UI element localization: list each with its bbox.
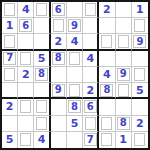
cell-r5c9[interactable] [132, 67, 148, 83]
given-digit: 4 [71, 36, 79, 47]
cell-r3c1[interactable] [2, 34, 18, 50]
given-digit: 4 [38, 134, 46, 145]
cell-r6c7[interactable]: 8 [99, 83, 115, 99]
cell-r2c3 [34, 18, 50, 34]
cell-r5c4 [51, 67, 67, 83]
cell-r8c3[interactable] [34, 116, 50, 132]
cell-r1c3[interactable] [34, 2, 50, 18]
cell-r4c1[interactable]: 7 [2, 51, 18, 67]
cell-r3c6 [83, 34, 99, 50]
entered-digit-box[interactable]: 8 [68, 100, 81, 113]
given-digit: 4 [103, 69, 111, 80]
cell-r7c2[interactable] [18, 99, 34, 115]
entered-digit-box[interactable]: 9 [52, 84, 65, 97]
cell-r9c4 [51, 132, 67, 148]
empty-input-box[interactable] [69, 52, 80, 65]
cell-r4c3: 5 [34, 51, 50, 67]
cell-r4c6: 4 [83, 51, 99, 67]
given-digit: 5 [136, 85, 144, 96]
cell-r2c2[interactable]: 6 [18, 18, 34, 34]
sudoku-board: 46211692497584284992852865825471 [0, 0, 150, 150]
cell-r1c5 [67, 2, 83, 18]
empty-input-box[interactable] [20, 100, 31, 113]
cell-r4c4[interactable]: 8 [51, 51, 67, 67]
cell-r9c8: 1 [116, 132, 132, 148]
empty-input-box[interactable] [101, 133, 112, 146]
empty-input-box[interactable] [69, 84, 80, 97]
cell-r3c4: 2 [51, 34, 67, 50]
given-digit: 1 [119, 134, 127, 145]
cell-r7c6[interactable]: 6 [83, 99, 99, 115]
cell-r9c6[interactable]: 7 [83, 132, 99, 148]
cell-r6c2 [18, 83, 34, 99]
cell-r2c9[interactable] [132, 18, 148, 34]
cell-r5c5 [67, 67, 83, 83]
cell-r7c9 [132, 99, 148, 115]
empty-input-box[interactable] [118, 35, 129, 48]
entered-digit-box[interactable]: 9 [133, 35, 146, 48]
cell-r4c8 [116, 51, 132, 67]
cell-r8c7[interactable] [99, 116, 115, 132]
cell-r7c4 [51, 99, 67, 115]
given-digit: 2 [6, 101, 14, 112]
cell-r5c6 [83, 67, 99, 83]
empty-input-box[interactable] [118, 84, 129, 97]
cell-r3c9[interactable]: 9 [132, 34, 148, 50]
empty-input-box[interactable] [36, 100, 47, 113]
given-digit: 2 [103, 4, 111, 15]
entered-digit-box[interactable]: 8 [35, 68, 48, 81]
cell-r5c7: 4 [99, 67, 115, 83]
given-digit: 2 [86, 85, 94, 96]
given-digit: 5 [6, 134, 14, 145]
cell-r4c9 [132, 51, 148, 67]
cell-r8c9: 2 [132, 116, 148, 132]
entered-digit-box[interactable]: 8 [117, 117, 130, 130]
entered-digit-box[interactable]: 8 [52, 52, 65, 65]
cell-r1c4[interactable]: 6 [51, 2, 67, 18]
cell-r5c2: 2 [18, 67, 34, 83]
empty-input-box[interactable] [20, 52, 31, 65]
cell-r3c5: 4 [67, 34, 83, 50]
cell-r7c1: 2 [2, 99, 18, 115]
cell-r9c2[interactable] [18, 132, 34, 148]
cell-r2c5[interactable]: 9 [67, 18, 83, 34]
empty-input-box[interactable] [85, 117, 96, 130]
entered-digit-box[interactable]: 6 [19, 19, 32, 32]
cell-r2c4[interactable] [51, 18, 67, 34]
cell-r3c2 [18, 34, 34, 50]
cell-r1c6[interactable] [83, 2, 99, 18]
empty-input-box[interactable] [36, 3, 47, 16]
cell-r9c3: 4 [34, 132, 50, 148]
cell-r1c8 [116, 2, 132, 18]
entered-digit-box[interactable]: 6 [52, 3, 65, 16]
given-digit: 2 [22, 69, 30, 80]
cell-r9c9[interactable] [132, 132, 148, 148]
given-digit: 1 [6, 20, 14, 31]
given-digit: 1 [136, 4, 144, 15]
entered-digit-box[interactable]: 9 [68, 19, 81, 32]
cell-r8c6[interactable] [83, 116, 99, 132]
empty-input-box[interactable] [4, 35, 15, 48]
cell-r6c4[interactable]: 9 [51, 83, 67, 99]
cell-r2c1: 1 [2, 18, 18, 34]
cell-r4c7 [99, 51, 115, 67]
empty-input-box[interactable] [20, 133, 31, 146]
cell-r6c8[interactable] [116, 83, 132, 99]
cell-r6c6: 2 [83, 83, 99, 99]
cell-r9c1: 5 [2, 132, 18, 148]
empty-input-box[interactable] [134, 19, 145, 32]
cell-r8c4 [51, 116, 67, 132]
entered-digit-box[interactable]: 8 [100, 84, 113, 97]
entered-digit-box[interactable]: 6 [84, 100, 97, 113]
cell-r7c8 [116, 99, 132, 115]
empty-input-box[interactable] [101, 35, 112, 48]
given-digit: 4 [22, 4, 30, 15]
empty-input-box[interactable] [4, 68, 15, 81]
cell-r7c5[interactable]: 8 [67, 99, 83, 115]
cell-r8c2 [18, 116, 34, 132]
entered-digit-box[interactable]: 9 [117, 68, 130, 81]
cell-r5c3[interactable]: 8 [34, 67, 50, 83]
empty-input-box[interactable] [101, 117, 112, 130]
given-digit: 4 [86, 53, 94, 64]
cell-r1c7: 2 [99, 2, 115, 18]
cell-r3c3 [34, 34, 50, 50]
cell-r4c2[interactable] [18, 51, 34, 67]
cell-r4c5[interactable] [67, 51, 83, 67]
given-digit: 2 [136, 118, 144, 129]
given-digit: 5 [38, 53, 46, 64]
empty-input-box[interactable] [134, 133, 145, 146]
cell-r7c3[interactable] [34, 99, 50, 115]
cell-r9c7[interactable] [99, 132, 115, 148]
empty-input-box[interactable] [4, 3, 15, 16]
cell-r9c5 [67, 132, 83, 148]
cell-r6c9: 5 [132, 83, 148, 99]
given-digit: 2 [54, 36, 62, 47]
cell-r8c8[interactable]: 8 [116, 116, 132, 132]
cell-r1c2: 4 [18, 2, 34, 18]
cell-r5c8[interactable]: 9 [116, 67, 132, 83]
cell-r1c1[interactable] [2, 2, 18, 18]
given-digit: 5 [71, 118, 79, 129]
cell-r3c8[interactable] [116, 34, 132, 50]
cell-r8c5: 5 [67, 116, 83, 132]
cell-r6c5[interactable] [67, 83, 83, 99]
cell-r8c1 [2, 116, 18, 132]
empty-input-box[interactable] [134, 68, 145, 81]
cell-r2c8 [116, 18, 132, 34]
cell-r1c9: 1 [132, 2, 148, 18]
cell-r6c3 [34, 83, 50, 99]
entered-digit-box[interactable]: 7 [84, 133, 97, 146]
cell-r3c7[interactable] [99, 34, 115, 50]
entered-digit-box[interactable]: 7 [3, 52, 16, 65]
cell-r6c1 [2, 83, 18, 99]
cell-r5c1[interactable] [2, 67, 18, 83]
empty-input-box[interactable] [36, 117, 47, 130]
cell-r2c6 [83, 18, 99, 34]
empty-input-box[interactable] [85, 3, 96, 16]
cell-r2c7 [99, 18, 115, 34]
empty-input-box[interactable] [53, 19, 64, 32]
cell-r7c7 [99, 99, 115, 115]
